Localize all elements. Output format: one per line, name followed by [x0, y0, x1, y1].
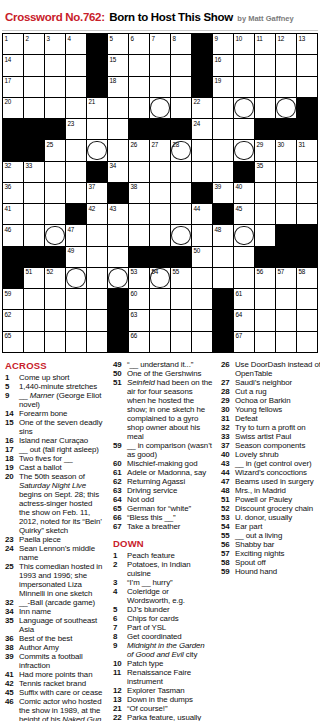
cell-r3c13[interactable]	[255, 77, 275, 97]
cell-r7c14[interactable]	[276, 162, 296, 182]
cell-r8c9[interactable]	[171, 183, 191, 203]
cell-r2c15[interactable]	[297, 55, 317, 75]
cell-r10c6[interactable]	[108, 225, 128, 245]
cell-r15c2[interactable]	[24, 332, 44, 352]
cell-r5c10[interactable]: 24	[192, 119, 212, 139]
cell-r2c11[interactable]: 16	[213, 55, 233, 75]
cell-r8c8[interactable]	[150, 183, 170, 203]
clue-text: The 50th season of Saturday Night Live b…	[19, 472, 105, 535]
cell-r8c3[interactable]	[45, 183, 65, 203]
cell-r9c13[interactable]	[255, 204, 275, 224]
cell-r6c13[interactable]: 29	[255, 140, 275, 160]
cell-number-60: 60	[131, 290, 138, 297]
clue-column-2: 49“__ understand it...”50One of the Gers…	[113, 360, 213, 721]
down-clue-11: 11Renaissance Faire instrument	[113, 668, 213, 686]
clue-number: 14	[5, 409, 19, 418]
cell-r14c15[interactable]	[297, 310, 317, 330]
across-clue-46: 46Comic actor who hosted the show in 198…	[5, 697, 105, 721]
clue-text: Not odd	[127, 495, 213, 504]
cell-r7c9[interactable]	[171, 162, 191, 182]
black-cell-r5c7	[129, 119, 149, 139]
cell-number-4: 4	[68, 35, 71, 42]
cell-r6c11[interactable]	[213, 140, 233, 160]
cell-r13c13[interactable]	[255, 289, 275, 309]
cell-r10c9[interactable]	[171, 225, 191, 245]
clue-text: Commits a football infraction	[19, 652, 105, 670]
cell-r7c8[interactable]	[150, 162, 170, 182]
black-cell-r11c15	[297, 247, 317, 267]
cell-r9c14[interactable]	[276, 204, 296, 224]
cell-r4c7[interactable]	[129, 98, 149, 118]
cell-r13c7[interactable]: 60	[129, 289, 149, 309]
across-clue-59: 59__ in comparison (wasn’t as good)	[113, 441, 213, 459]
cell-r14c4[interactable]	[66, 310, 86, 330]
cell-r3c7[interactable]	[129, 77, 149, 97]
cell-r13c2[interactable]	[24, 289, 44, 309]
cell-r14c5[interactable]	[87, 310, 107, 330]
clue-number: 18	[5, 454, 19, 463]
clue-text: Parka feature, usually	[127, 713, 213, 721]
cell-number-51: 51	[26, 268, 33, 275]
clue-text: Hound hand	[235, 567, 320, 576]
black-cell-r5c14	[276, 119, 296, 139]
cell-number-19: 19	[215, 77, 222, 84]
cell-r9c15[interactable]	[297, 204, 317, 224]
cell-r14c2[interactable]	[24, 310, 44, 330]
cell-r9c9[interactable]	[171, 204, 191, 224]
cell-r8c14[interactable]	[276, 183, 296, 203]
cell-r15c3[interactable]	[45, 332, 65, 352]
cell-r15c9[interactable]	[171, 332, 191, 352]
cell-r3c4[interactable]	[66, 77, 86, 97]
cell-r7c7[interactable]	[129, 162, 149, 182]
cell-r6c5[interactable]	[87, 140, 107, 160]
down-clue-26: 26Use DoorDash instead of OpenTable	[221, 360, 320, 378]
cell-r1c6[interactable]: 5	[108, 34, 128, 54]
cell-number-65: 65	[5, 332, 12, 339]
cell-r12c5[interactable]	[87, 268, 107, 288]
cell-r6c12[interactable]	[234, 140, 254, 160]
down-clue-32: 32Try to turn a profit on	[221, 423, 320, 432]
cell-r4c6[interactable]	[108, 98, 128, 118]
cell-r4c2[interactable]	[24, 98, 44, 118]
cell-r10c1[interactable]: 46	[3, 225, 23, 245]
cell-r11c12[interactable]	[234, 247, 254, 267]
cell-r13c14[interactable]	[276, 289, 296, 309]
down-clue-2: 2Potatoes, in Indian cuisine	[113, 560, 213, 578]
down-clue-43: 43__ in (get control over)	[221, 459, 320, 468]
black-cell-r14c6	[108, 310, 128, 330]
cell-r10c4[interactable]: 47	[66, 225, 86, 245]
cell-r15c7[interactable]: 66	[129, 332, 149, 352]
cell-r10c13[interactable]	[255, 225, 275, 245]
cell-number-64: 64	[236, 311, 243, 318]
cell-r4c13[interactable]	[255, 98, 275, 118]
clue-text: U. donor, usually	[235, 513, 320, 522]
across-heading: ACROSS	[5, 360, 105, 371]
clue-number: 6	[113, 614, 127, 623]
cell-r3c14[interactable]	[276, 77, 296, 97]
cell-r6c10[interactable]	[192, 140, 212, 160]
down-clue-7: 7Part of YSL	[113, 623, 213, 632]
cell-r12c4[interactable]	[66, 268, 86, 288]
cell-r2c9[interactable]	[171, 55, 191, 75]
cell-r1c9[interactable]: 8	[171, 34, 191, 54]
cell-r1c8[interactable]: 7	[150, 34, 170, 54]
across-clue-66: 66“Bless this __”	[113, 513, 213, 522]
black-cell-r15c11	[213, 332, 233, 352]
cell-r5c6[interactable]	[108, 119, 128, 139]
cell-r3c2[interactable]	[24, 77, 44, 97]
cell-r5c5[interactable]	[87, 119, 107, 139]
cell-r15c4[interactable]	[66, 332, 86, 352]
clue-text: Ear part	[235, 522, 320, 531]
black-cell-r5c15	[297, 119, 317, 139]
cell-r15c12[interactable]: 67	[234, 332, 254, 352]
cell-r9c8[interactable]	[150, 204, 170, 224]
cell-r12c13[interactable]: 56	[255, 268, 275, 288]
cell-r1c11[interactable]: 9	[213, 34, 233, 54]
clue-text: Tennis racket brand	[19, 679, 105, 688]
cell-r10c12[interactable]	[234, 225, 254, 245]
cell-r1c2[interactable]: 2	[24, 34, 44, 54]
cell-r14c12[interactable]: 64	[234, 310, 254, 330]
cell-r4c14[interactable]	[276, 98, 296, 118]
cell-r15c13[interactable]	[255, 332, 275, 352]
cell-r3c12[interactable]	[234, 77, 254, 97]
across-clue-42: 42Tennis racket brand	[5, 679, 105, 688]
down-clue-9: 9Midnight in the Garden of Good and Evil…	[113, 641, 213, 659]
cell-r13c15[interactable]	[297, 289, 317, 309]
cell-r12c7[interactable]: 53	[129, 268, 149, 288]
cell-r7c11[interactable]	[213, 162, 233, 182]
cell-number-37: 37	[89, 183, 96, 190]
cell-r7c13[interactable]: 35	[255, 162, 275, 182]
clue-text: Cut a rug	[235, 387, 320, 396]
cell-r11c5[interactable]	[87, 247, 107, 267]
cell-r1c1[interactable]: 1	[3, 34, 23, 54]
cell-r3c8[interactable]	[150, 77, 170, 97]
cell-r1c7[interactable]: 6	[129, 34, 149, 54]
cell-r8c4[interactable]	[66, 183, 86, 203]
black-cell-r14c11	[213, 310, 233, 330]
clue-number: 40	[221, 450, 235, 459]
cell-r8c11[interactable]: 39	[213, 183, 233, 203]
header-divider	[2, 30, 318, 31]
cell-r2c12[interactable]	[234, 55, 254, 75]
cell-r6c14[interactable]: 30	[276, 140, 296, 160]
cell-r5c11[interactable]	[213, 119, 233, 139]
cell-r10c2[interactable]	[24, 225, 44, 245]
cell-r4c12[interactable]	[234, 98, 254, 118]
crossword-grid[interactable]: 1234567891011121314151617181920212223242…	[2, 33, 318, 353]
black-cell-r5c9	[171, 119, 191, 139]
clue-text: Comic actor who hosted the show in 1989,…	[19, 697, 105, 721]
clue-text: Had more points than	[19, 670, 105, 679]
cell-r13c4[interactable]	[66, 289, 86, 309]
cell-r12c8[interactable]: 54	[150, 268, 170, 288]
cell-r14c1[interactable]: 62	[3, 310, 23, 330]
cell-number-36: 36	[5, 183, 12, 190]
clue-number: 38	[5, 643, 19, 652]
cell-r9c2[interactable]	[24, 204, 44, 224]
cell-r5c12[interactable]	[234, 119, 254, 139]
cell-r7c6[interactable]: 34	[108, 162, 128, 182]
clue-text: Author Amy	[19, 643, 105, 652]
cell-r13c3[interactable]	[45, 289, 65, 309]
cell-number-56: 56	[257, 268, 264, 275]
cell-r8c7[interactable]: 38	[129, 183, 149, 203]
cell-r14c8[interactable]	[150, 310, 170, 330]
cell-r6c3[interactable]: 25	[45, 140, 65, 160]
clue-number: 51	[221, 495, 235, 504]
clue-text: Get coordinated	[127, 632, 213, 641]
cell-r10c10[interactable]	[192, 225, 212, 245]
clue-text: One of the seven deadly sins	[19, 418, 105, 436]
cell-r8c15[interactable]	[297, 183, 317, 203]
cell-number-50: 50	[194, 247, 201, 254]
black-cell-r5c8	[150, 119, 170, 139]
cell-r9c6[interactable]: 43	[108, 204, 128, 224]
clue-number: 5	[113, 605, 127, 614]
clue-number: 53	[221, 513, 235, 522]
clue-number: 26	[221, 360, 235, 378]
down-clue-30: 30Young fellows	[221, 405, 320, 414]
clue-number: 45	[5, 688, 19, 697]
down-heading: DOWN	[113, 538, 213, 549]
cell-r10c7[interactable]	[129, 225, 149, 245]
down-clue-40: 40Lovely shrub	[221, 450, 320, 459]
cell-r3c6[interactable]: 18	[108, 77, 128, 97]
cell-r3c15[interactable]	[297, 77, 317, 97]
cell-r6c7[interactable]: 26	[129, 140, 149, 160]
cell-r7c3[interactable]	[45, 162, 65, 182]
cell-r1c12[interactable]: 10	[234, 34, 254, 54]
cell-r4c4[interactable]	[66, 98, 86, 118]
cell-r15c10[interactable]	[192, 332, 212, 352]
cell-r2c8[interactable]	[150, 55, 170, 75]
cell-r12c3[interactable]: 52	[45, 268, 65, 288]
cell-number-58: 58	[299, 268, 306, 275]
cell-r12c12[interactable]	[234, 268, 254, 288]
cell-r13c1[interactable]: 59	[3, 289, 23, 309]
cell-r2c6[interactable]: 15	[108, 55, 128, 75]
cell-r1c15[interactable]: 13	[297, 34, 317, 54]
cell-r7c4[interactable]	[66, 162, 86, 182]
cell-number-40: 40	[236, 183, 243, 190]
cell-r9c3[interactable]	[45, 204, 65, 224]
down-clue-48: 48Mrs., in Madrid	[221, 486, 320, 495]
cell-r5c4[interactable]: 23	[66, 119, 86, 139]
across-clue-49: 49“__ understand it...”	[113, 360, 213, 369]
down-clue-4: 4Coleridge or Wordsworth, e.g.	[113, 587, 213, 605]
cell-r6c6[interactable]	[108, 140, 128, 160]
clue-number: 31	[221, 414, 235, 423]
cell-r8c5[interactable]: 37	[87, 183, 107, 203]
cell-r15c8[interactable]	[150, 332, 170, 352]
down-clue-33: 33Swiss artist Paul	[221, 432, 320, 441]
cell-r9c1[interactable]: 41	[3, 204, 23, 224]
cell-r6c15[interactable]: 31	[297, 140, 317, 160]
clue-text: Renaissance Faire instrument	[127, 668, 213, 686]
black-cell-r5c3	[45, 119, 65, 139]
cell-r14c9[interactable]	[171, 310, 191, 330]
cell-r2c3[interactable]	[45, 55, 65, 75]
cell-r11c6[interactable]	[108, 247, 128, 267]
cell-r13c10[interactable]	[192, 289, 212, 309]
cell-r9c10[interactable]: 44	[192, 204, 212, 224]
clue-number: 35	[5, 616, 19, 634]
clue-text: Paella piece	[19, 535, 105, 544]
clue-text: Chips for cards	[127, 614, 213, 623]
cell-r14c13[interactable]	[255, 310, 275, 330]
cell-r3c9[interactable]	[171, 77, 191, 97]
across-clue-39: 39Commits a football infraction	[5, 652, 105, 670]
cell-r7c10[interactable]	[192, 162, 212, 182]
cell-r3c1[interactable]: 17	[3, 77, 23, 97]
down-clue-57: 57Exciting nights	[221, 549, 320, 558]
cell-r10c8[interactable]	[150, 225, 170, 245]
cell-r13c12[interactable]: 61	[234, 289, 254, 309]
clue-number: 36	[5, 634, 19, 643]
down-clue-27: 27Saudi’s neighbor	[221, 378, 320, 387]
cell-r9c7[interactable]	[129, 204, 149, 224]
cell-r4c11[interactable]	[213, 98, 233, 118]
cell-r8c2[interactable]	[24, 183, 44, 203]
cell-number-35: 35	[257, 162, 264, 169]
cell-number-43: 43	[110, 205, 117, 212]
cell-r1c13[interactable]: 11	[255, 34, 275, 54]
cell-r1c3[interactable]: 3	[45, 34, 65, 54]
cell-r8c13[interactable]	[255, 183, 275, 203]
clue-text: Ochoa or Barkin	[235, 396, 320, 405]
cell-r2c2[interactable]	[24, 55, 44, 75]
cell-r7c2[interactable]: 33	[24, 162, 44, 182]
cell-r10c11[interactable]: 48	[213, 225, 233, 245]
clue-column-1: ACROSS 1Come up short51,440-minute stret…	[5, 360, 105, 721]
cell-r4c10[interactable]: 22	[192, 98, 212, 118]
cell-r4c9[interactable]	[171, 98, 191, 118]
cell-r13c9[interactable]	[171, 289, 191, 309]
cell-r2c7[interactable]	[129, 55, 149, 75]
down-clue-10: 10Patch type	[113, 659, 213, 668]
cell-r12c2[interactable]: 51	[24, 268, 44, 288]
cell-r13c5[interactable]	[87, 289, 107, 309]
black-cell-r8c6	[108, 183, 128, 203]
down-clue-3: 3“I’m __ hurry”	[113, 578, 213, 587]
cell-r9c12[interactable]: 45	[234, 204, 254, 224]
down-clue-21: 21“Of course!”	[113, 704, 213, 713]
clue-text: Island near Curaçao	[19, 436, 105, 445]
clue-number: 20	[5, 472, 19, 535]
cell-r6c9[interactable]: 28	[171, 140, 191, 160]
cell-number-29: 29	[257, 141, 264, 148]
cell-r14c10[interactable]	[192, 310, 212, 330]
cell-number-62: 62	[5, 311, 12, 318]
cell-r11c4[interactable]: 49	[66, 247, 86, 267]
cell-r12c6[interactable]	[108, 268, 128, 288]
down-clue-37: 37Season components	[221, 441, 320, 450]
cell-r14c3[interactable]	[45, 310, 65, 330]
across-clue-45: 45Suffix with care or cease	[5, 688, 105, 697]
cell-r12c14[interactable]: 57	[276, 268, 296, 288]
cell-r15c14[interactable]	[276, 332, 296, 352]
cell-r1c14[interactable]: 12	[276, 34, 296, 54]
black-cell-r11c7	[129, 247, 149, 267]
clue-number: 7	[113, 623, 127, 632]
clue-text: __ in (get control over)	[235, 459, 320, 468]
cell-r4c3[interactable]	[45, 98, 65, 118]
cell-r15c15[interactable]	[297, 332, 317, 352]
cell-r4c1[interactable]: 20	[3, 98, 23, 118]
down-clue-22: 22Parka feature, usually	[113, 713, 213, 721]
cell-r6c8[interactable]: 27	[150, 140, 170, 160]
cell-r3c11[interactable]: 19	[213, 77, 233, 97]
cell-r2c4[interactable]	[66, 55, 86, 75]
cell-r14c14[interactable]	[276, 310, 296, 330]
cell-r15c1[interactable]: 65	[3, 332, 23, 352]
cell-r9c5[interactable]: 42	[87, 204, 107, 224]
across-clues-part2: 49“__ understand it...”50One of the Gers…	[113, 360, 213, 531]
clue-number: 13	[113, 695, 127, 704]
cell-r10c3[interactable]	[45, 225, 65, 245]
clue-number: 63	[113, 486, 127, 495]
theme-circle	[276, 98, 295, 117]
clue-text: Suffix with care or cease	[19, 688, 105, 697]
clue-text: Discount grocery chain	[235, 504, 320, 513]
cell-r2c13[interactable]	[255, 55, 275, 75]
cell-r12c10[interactable]	[192, 268, 212, 288]
cell-r8c12[interactable]: 40	[234, 183, 254, 203]
cell-r11c11[interactable]	[213, 247, 233, 267]
cell-r3c3[interactable]	[45, 77, 65, 97]
cell-r10c5[interactable]	[87, 225, 107, 245]
puzzle-header: Crossword No.762: Born to Host This Show…	[0, 0, 320, 28]
cell-r4c5[interactable]: 21	[87, 98, 107, 118]
cell-r12c11[interactable]	[213, 268, 233, 288]
cell-r13c8[interactable]	[150, 289, 170, 309]
clue-text: Returning Agassi	[127, 477, 213, 486]
cell-r2c1[interactable]: 14	[3, 55, 23, 75]
across-clue-24: 24Sean Lennon’s middle name	[5, 544, 105, 562]
cell-r4c8[interactable]	[150, 98, 170, 118]
clue-text: Potatoes, in Indian cuisine	[127, 560, 213, 578]
cell-number-17: 17	[5, 77, 12, 84]
cell-r15c5[interactable]	[87, 332, 107, 352]
cell-r7c1[interactable]: 32	[3, 162, 23, 182]
down-clue-12: 12Explorer Tasman	[113, 686, 213, 695]
cell-r7c15[interactable]	[297, 162, 317, 182]
theme-circle	[234, 226, 253, 245]
cell-r12c15[interactable]: 58	[297, 268, 317, 288]
cell-r2c14[interactable]	[276, 55, 296, 75]
black-cell-r11c8	[150, 247, 170, 267]
cell-r1c4[interactable]: 4	[66, 34, 86, 54]
clue-text: Part of YSL	[127, 623, 213, 632]
clue-text: “Of course!”	[127, 704, 213, 713]
cell-number-11: 11	[257, 35, 263, 42]
cell-r14c7[interactable]: 63	[129, 310, 149, 330]
cell-r11c10[interactable]: 50	[192, 247, 212, 267]
clue-number: 19	[5, 463, 19, 472]
clue-number: 12	[113, 686, 127, 695]
cell-r12c9[interactable]: 55	[171, 268, 191, 288]
cell-number-12: 12	[278, 35, 285, 42]
cell-r8c1[interactable]: 36	[3, 183, 23, 203]
cell-r6c4[interactable]	[66, 140, 86, 160]
across-clue-1: 1Come up short	[5, 373, 105, 382]
clue-number: 30	[221, 405, 235, 414]
